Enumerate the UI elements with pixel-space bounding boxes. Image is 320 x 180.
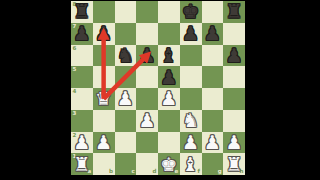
square-d2[interactable] — [136, 132, 158, 154]
square-d7[interactable] — [136, 23, 158, 45]
piece-white-pawn-c4[interactable]: ♟ — [117, 89, 134, 108]
square-f1[interactable]: f♝ — [180, 153, 202, 175]
square-a5[interactable]: 5 — [71, 66, 93, 88]
square-d8[interactable] — [136, 1, 158, 23]
square-g7[interactable]: ♟ — [202, 23, 224, 45]
square-e1[interactable]: e♚ — [158, 153, 180, 175]
rank-label-4: 4 — [73, 89, 77, 95]
piece-white-rook-h1[interactable]: ♜ — [226, 154, 243, 173]
square-f7[interactable]: ♟ — [180, 23, 202, 45]
square-c5[interactable] — [115, 66, 137, 88]
piece-white-pawn-f2[interactable]: ♟ — [182, 132, 199, 151]
piece-white-pawn-e4[interactable]: ♟ — [160, 89, 177, 108]
file-label-g: g — [218, 169, 222, 175]
piece-white-bishop-f1[interactable]: ♝ — [182, 154, 199, 173]
piece-black-knight-c6[interactable]: ♞ — [117, 45, 134, 64]
square-a8[interactable]: 8♜ — [71, 1, 93, 23]
square-g5[interactable] — [202, 66, 224, 88]
piece-black-rook-h8[interactable]: ♜ — [226, 2, 243, 21]
piece-black-pawn-h6[interactable]: ♟ — [226, 45, 243, 64]
piece-white-king-e1[interactable]: ♚ — [160, 154, 177, 173]
square-e8[interactable] — [158, 1, 180, 23]
square-d5[interactable] — [136, 66, 158, 88]
square-b5[interactable] — [93, 66, 115, 88]
piece-white-pawn-g2[interactable]: ♟ — [204, 132, 221, 151]
file-label-d: d — [153, 169, 157, 175]
piece-white-pawn-d3[interactable]: ♟ — [139, 111, 156, 130]
square-e2[interactable] — [158, 132, 180, 154]
square-g1[interactable]: g — [202, 153, 224, 175]
square-f3[interactable]: ♞ — [180, 110, 202, 132]
square-c3[interactable] — [115, 110, 137, 132]
file-label-b: b — [109, 169, 113, 175]
square-e5[interactable]: ♟ — [158, 66, 180, 88]
square-a7[interactable]: 7♟ — [71, 23, 93, 45]
square-d4[interactable] — [136, 88, 158, 110]
square-c6[interactable]: ♞ — [115, 45, 137, 67]
square-c8[interactable] — [115, 1, 137, 23]
piece-black-pawn-d6[interactable]: ♟ — [139, 45, 156, 64]
piece-black-pawn-g7[interactable]: ♟ — [204, 24, 221, 43]
square-b1[interactable]: b — [93, 153, 115, 175]
square-d3[interactable]: ♟ — [136, 110, 158, 132]
square-g3[interactable] — [202, 110, 224, 132]
piece-black-pawn-f7[interactable]: ♟ — [182, 24, 199, 43]
chess-board: 8♜♚♜7♟♟♟♟6♞♟♝♟5♟4♛♟♟3♟♞2♟♟♟♟♟1a♜bcde♚f♝g… — [71, 1, 245, 175]
piece-white-knight-f3[interactable]: ♞ — [182, 111, 199, 130]
rank-label-5: 5 — [73, 67, 77, 73]
square-e6[interactable]: ♝ — [158, 45, 180, 67]
square-b7[interactable]: ♟ — [93, 23, 115, 45]
piece-white-rook-a1[interactable]: ♜ — [73, 154, 90, 173]
square-h8[interactable]: ♜ — [223, 1, 245, 23]
rank-label-6: 6 — [73, 46, 77, 52]
square-g6[interactable] — [202, 45, 224, 67]
piece-white-pawn-b2[interactable]: ♟ — [95, 132, 112, 151]
square-c7[interactable] — [115, 23, 137, 45]
square-h2[interactable]: ♟ — [223, 132, 245, 154]
square-a3[interactable]: 3 — [71, 110, 93, 132]
piece-black-rook-a8[interactable]: ♜ — [73, 2, 90, 21]
square-b8[interactable] — [93, 1, 115, 23]
piece-black-pawn-b7[interactable]: ♟ — [95, 24, 112, 43]
square-f4[interactable] — [180, 88, 202, 110]
rank-label-3: 3 — [73, 111, 77, 117]
square-g8[interactable] — [202, 1, 224, 23]
square-h6[interactable]: ♟ — [223, 45, 245, 67]
square-a4[interactable]: 4 — [71, 88, 93, 110]
file-label-c: c — [131, 169, 134, 175]
square-h4[interactable] — [223, 88, 245, 110]
square-e7[interactable] — [158, 23, 180, 45]
square-c4[interactable]: ♟ — [115, 88, 137, 110]
square-c1[interactable]: c — [115, 153, 137, 175]
square-h3[interactable] — [223, 110, 245, 132]
square-d6[interactable]: ♟ — [136, 45, 158, 67]
piece-black-pawn-a7[interactable]: ♟ — [73, 24, 90, 43]
square-b4[interactable]: ♛ — [93, 88, 115, 110]
piece-black-bishop-e6[interactable]: ♝ — [160, 45, 177, 64]
square-f2[interactable]: ♟ — [180, 132, 202, 154]
square-h5[interactable] — [223, 66, 245, 88]
square-f8[interactable]: ♚ — [180, 1, 202, 23]
square-h7[interactable] — [223, 23, 245, 45]
square-g2[interactable]: ♟ — [202, 132, 224, 154]
piece-white-pawn-a2[interactable]: ♟ — [73, 132, 90, 151]
square-e3[interactable] — [158, 110, 180, 132]
piece-black-pawn-e5[interactable]: ♟ — [160, 67, 177, 86]
video-frame: 8♜♚♜7♟♟♟♟6♞♟♝♟5♟4♛♟♟3♟♞2♟♟♟♟♟1a♜bcde♚f♝g… — [0, 0, 320, 180]
square-a6[interactable]: 6 — [71, 45, 93, 67]
square-b6[interactable] — [93, 45, 115, 67]
square-f6[interactable] — [180, 45, 202, 67]
square-g4[interactable] — [202, 88, 224, 110]
piece-white-pawn-h2[interactable]: ♟ — [226, 132, 243, 151]
piece-black-king-f8[interactable]: ♚ — [182, 2, 199, 21]
square-c2[interactable] — [115, 132, 137, 154]
square-e4[interactable]: ♟ — [158, 88, 180, 110]
square-h1[interactable]: h♜ — [223, 153, 245, 175]
square-f5[interactable] — [180, 66, 202, 88]
square-a1[interactable]: 1a♜ — [71, 153, 93, 175]
square-b3[interactable] — [93, 110, 115, 132]
square-a2[interactable]: 2♟ — [71, 132, 93, 154]
square-b2[interactable]: ♟ — [93, 132, 115, 154]
piece-white-queen-b4[interactable]: ♛ — [95, 89, 112, 108]
square-d1[interactable]: d — [136, 153, 158, 175]
